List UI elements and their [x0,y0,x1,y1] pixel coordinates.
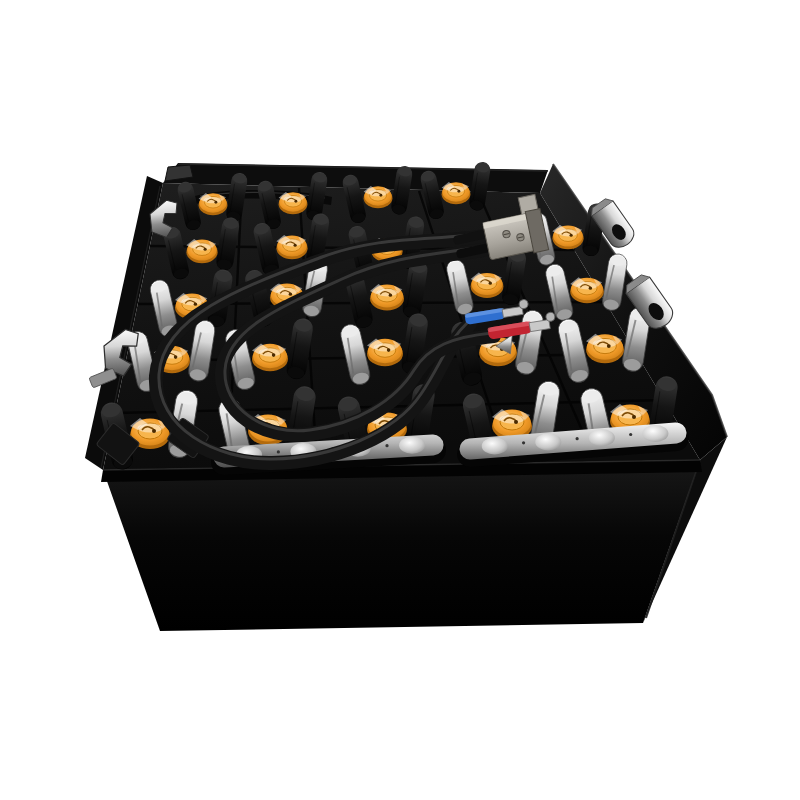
vent-cap [552,225,583,249]
vent-cap [186,239,217,263]
case-front-face [103,460,700,631]
vent-cap [370,284,404,310]
vent-cap [199,193,228,215]
vent-cap [442,182,471,204]
vent-cap [252,343,288,371]
vent-cap [570,277,604,303]
battery-product-photo [0,0,800,800]
vent-cap [276,235,307,259]
vent-cap [279,192,308,214]
photo-canvas [0,0,800,800]
vent-cap [586,334,624,363]
vent-cap [471,273,504,298]
vent-cap [367,338,403,366]
vent-cap [364,186,393,208]
